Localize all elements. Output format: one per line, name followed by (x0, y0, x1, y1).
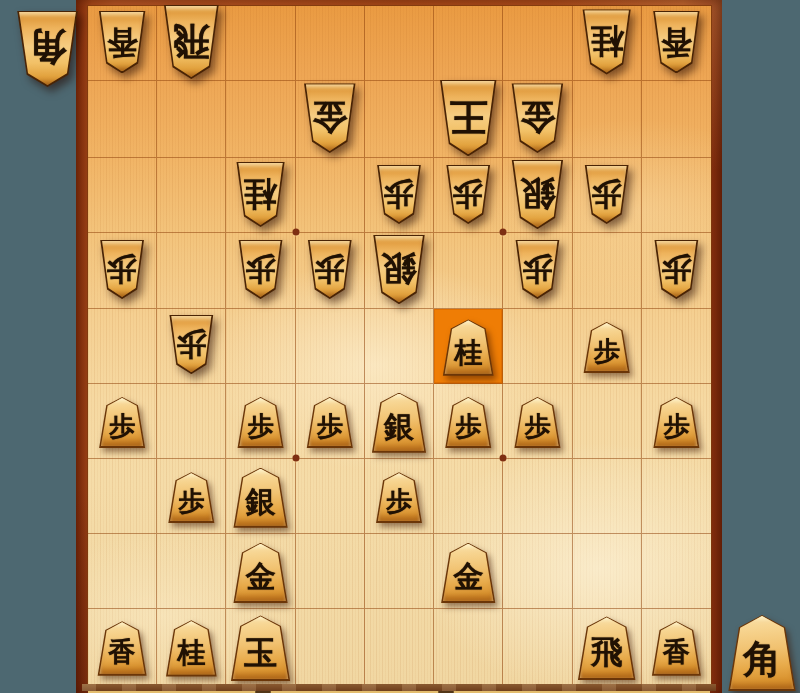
hoshi-dot (292, 455, 299, 462)
square-4f[interactable]: 歩 (434, 384, 503, 459)
square-5d[interactable]: 銀 (365, 233, 434, 308)
square-3a[interactable] (503, 6, 572, 81)
square-8h[interactable] (157, 534, 226, 609)
koma-glyph: 桂 (442, 324, 495, 380)
koma-shape: 桂 (165, 620, 218, 676)
square-5f[interactable]: 銀 (365, 384, 434, 459)
square-3e[interactable] (503, 309, 572, 384)
koma-shape: 歩 (167, 472, 215, 523)
koma-sente-pawn[interactable]: 歩 (306, 397, 354, 448)
koma-glyph: 歩 (376, 164, 422, 223)
square-2i[interactable]: 飛 (573, 609, 642, 684)
koma-gote-bishop[interactable]: 角 (16, 11, 79, 87)
square-2h[interactable] (573, 534, 642, 609)
koma-shape: 金 (232, 543, 288, 603)
koma-gote-king[interactable]: 王 (439, 80, 498, 156)
square-9b[interactable] (88, 81, 157, 158)
koma-shape: 金 (511, 83, 565, 153)
square-8g[interactable]: 歩 (157, 459, 226, 534)
koma-glyph: 歩 (169, 314, 215, 373)
koma-shape: 歩 (513, 397, 561, 448)
koma-shape: 歩 (375, 472, 423, 523)
koma-glyph: 歩 (98, 401, 146, 452)
square-8a[interactable]: 飛 (157, 6, 226, 81)
koma-gote-pawn[interactable]: 歩 (376, 165, 422, 224)
square-7g[interactable]: 銀 (226, 459, 295, 534)
square-1a[interactable]: 香 (642, 6, 711, 81)
koma-shape: 歩 (584, 165, 630, 224)
square-8f[interactable] (157, 384, 226, 459)
square-7d[interactable]: 歩 (226, 233, 295, 308)
square-4e[interactable]: 桂 (434, 309, 503, 384)
square-2c[interactable]: 歩 (573, 158, 642, 233)
koma-shape: 銀 (371, 393, 427, 453)
koma-shape: 桂 (235, 162, 285, 227)
koma-glyph: 香 (652, 9, 700, 72)
square-9g[interactable] (88, 459, 157, 534)
koma-sente-rook[interactable]: 飛 (577, 616, 637, 680)
koma-glyph: 香 (651, 626, 702, 680)
square-5h[interactable] (365, 534, 434, 609)
koma-glyph: 歩 (375, 476, 423, 527)
koma-glyph: 飛 (163, 4, 220, 78)
koma-glyph: 歩 (167, 476, 215, 527)
board-bottom-edge (82, 684, 716, 691)
koma-glyph: 歩 (445, 164, 491, 223)
koma-sente-pawn[interactable]: 歩 (583, 322, 631, 373)
koma-shape: 香 (98, 11, 146, 74)
square-9h[interactable] (88, 534, 157, 609)
koma-sente-lance[interactable]: 香 (97, 621, 148, 675)
square-2a[interactable]: 桂 (573, 6, 642, 81)
koma-gote-pawn[interactable]: 歩 (99, 240, 145, 299)
koma-shape: 歩 (583, 322, 631, 373)
koma-shape: 歩 (306, 397, 354, 448)
koma-sente-lance[interactable]: 香 (651, 621, 702, 675)
koma-glyph: 歩 (513, 401, 561, 452)
square-4b[interactable]: 王 (434, 81, 503, 158)
koma-gote-lance[interactable]: 香 (98, 11, 146, 74)
square-3f[interactable]: 歩 (503, 384, 572, 459)
square-3b[interactable]: 金 (503, 81, 572, 158)
koma-glyph: 玉 (230, 621, 292, 687)
square-8i[interactable]: 桂 (157, 609, 226, 684)
koma-shape: 金 (440, 543, 496, 603)
koma-shape: 歩 (654, 240, 700, 299)
square-9a[interactable]: 香 (88, 6, 157, 81)
koma-glyph: 銀 (232, 472, 288, 532)
square-8c[interactable] (157, 158, 226, 233)
koma-shape: 歩 (652, 397, 700, 448)
square-6b[interactable]: 金 (296, 81, 365, 158)
koma-sente-silver[interactable]: 銀 (232, 468, 288, 528)
koma-shape: 歩 (444, 397, 492, 448)
square-7e[interactable] (226, 309, 295, 384)
square-7i[interactable]: 玉 (226, 609, 295, 684)
koma-gote-pawn[interactable]: 歩 (584, 165, 630, 224)
koma-glyph: 角 (16, 9, 79, 85)
square-7h[interactable]: 金 (226, 534, 295, 609)
koma-gote-pawn[interactable]: 歩 (169, 315, 215, 374)
koma-gote-pawn[interactable]: 歩 (515, 240, 561, 299)
koma-shape: 玉 (230, 615, 292, 681)
koma-shape: 角 (727, 615, 797, 691)
square-4h[interactable]: 金 (434, 534, 503, 609)
koma-shape: 飛 (577, 616, 637, 680)
square-5a[interactable] (365, 6, 434, 81)
koma-gote-pawn[interactable]: 歩 (445, 165, 491, 224)
koma-shape: 歩 (515, 240, 561, 299)
koma-sente-gold[interactable]: 金 (232, 543, 288, 603)
koma-glyph: 角 (727, 621, 797, 693)
koma-shape: 桂 (582, 9, 632, 74)
koma-glyph: 歩 (237, 401, 285, 452)
square-1e[interactable] (642, 309, 711, 384)
square-3c[interactable]: 銀 (503, 158, 572, 233)
koma-shape: 歩 (307, 240, 353, 299)
board-grid: 香飛桂香金王金桂歩歩銀歩歩歩歩銀歩歩歩桂歩歩歩歩銀歩歩歩歩銀歩金金香桂玉飛香 (88, 6, 711, 684)
koma-sente-knight[interactable]: 桂 (165, 620, 218, 676)
koma-glyph: 歩 (652, 401, 700, 452)
square-7c[interactable]: 桂 (226, 158, 295, 233)
koma-sente-silver[interactable]: 銀 (371, 393, 427, 453)
koma-glyph: 歩 (515, 239, 561, 298)
koma-glyph: 歩 (444, 401, 492, 452)
square-2g[interactable] (573, 459, 642, 534)
koma-shape: 香 (97, 621, 148, 675)
koma-sente-pawn[interactable]: 歩 (98, 397, 146, 448)
square-4a[interactable] (434, 6, 503, 81)
koma-glyph: 桂 (165, 625, 218, 681)
koma-gote-gold[interactable]: 金 (511, 83, 565, 153)
square-8d[interactable] (157, 233, 226, 308)
square-9d[interactable]: 歩 (88, 233, 157, 308)
square-7a[interactable] (226, 6, 295, 81)
square-9c[interactable] (88, 158, 157, 233)
koma-gote-silver[interactable]: 銀 (511, 160, 565, 230)
square-9i[interactable]: 香 (88, 609, 157, 684)
square-6f[interactable]: 歩 (296, 384, 365, 459)
square-1b[interactable] (642, 81, 711, 158)
koma-shape: 王 (439, 80, 498, 156)
square-6d[interactable]: 歩 (296, 233, 365, 308)
koma-glyph: 銀 (371, 397, 427, 457)
koma-sente-pawn[interactable]: 歩 (513, 397, 561, 448)
hoshi-dot (500, 455, 507, 462)
hoshi-dot (292, 229, 299, 236)
square-2e[interactable]: 歩 (573, 309, 642, 384)
square-1h[interactable] (642, 534, 711, 609)
koma-sente-pawn[interactable]: 歩 (237, 397, 285, 448)
koma-gote-pawn[interactable]: 歩 (307, 240, 353, 299)
square-3h[interactable] (503, 534, 572, 609)
koma-glyph: 歩 (238, 239, 284, 298)
square-3d[interactable]: 歩 (503, 233, 572, 308)
square-3g[interactable] (503, 459, 572, 534)
square-1c[interactable] (642, 158, 711, 233)
koma-glyph: 金 (303, 82, 357, 152)
koma-glyph: 歩 (584, 164, 630, 223)
koma-gote-pawn[interactable]: 歩 (238, 240, 284, 299)
square-1g[interactable] (642, 459, 711, 534)
koma-sente-gold[interactable]: 金 (440, 543, 496, 603)
koma-shape: 角 (16, 11, 79, 87)
koma-glyph: 銀 (372, 233, 426, 303)
square-6c[interactable] (296, 158, 365, 233)
square-5i[interactable] (365, 609, 434, 684)
square-2f[interactable] (573, 384, 642, 459)
square-4g[interactable] (434, 459, 503, 534)
koma-glyph: 桂 (582, 8, 632, 73)
koma-gote-gold[interactable]: 金 (303, 83, 357, 153)
koma-sente-pawn[interactable]: 歩 (652, 397, 700, 448)
koma-sente-knight[interactable]: 桂 (442, 319, 495, 375)
koma-sente-pawn[interactable]: 歩 (375, 472, 423, 523)
koma-glyph: 歩 (307, 239, 353, 298)
square-2d[interactable] (573, 233, 642, 308)
square-1f[interactable]: 歩 (642, 384, 711, 459)
koma-glyph: 桂 (235, 160, 285, 225)
koma-sente-pawn[interactable]: 歩 (444, 397, 492, 448)
square-7b[interactable] (226, 81, 295, 158)
square-5e[interactable] (365, 309, 434, 384)
koma-shape: 香 (652, 11, 700, 74)
square-3i[interactable] (503, 609, 572, 684)
gote-hand: 角 (16, 12, 79, 88)
square-4c[interactable]: 歩 (434, 158, 503, 233)
hoshi-dot (500, 229, 507, 236)
koma-shape: 歩 (169, 315, 215, 374)
koma-glyph: 飛 (577, 622, 637, 686)
square-6e[interactable] (296, 309, 365, 384)
square-5c[interactable]: 歩 (365, 158, 434, 233)
koma-shape: 歩 (238, 240, 284, 299)
koma-shape: 金 (303, 83, 357, 153)
koma-glyph: 歩 (306, 401, 354, 452)
koma-shape: 歩 (99, 240, 145, 299)
square-6a[interactable] (296, 6, 365, 81)
koma-sente-king[interactable]: 玉 (230, 615, 292, 681)
koma-gote-rook[interactable]: 飛 (163, 5, 220, 79)
shogi-board: 香飛桂香金王金桂歩歩銀歩歩歩歩銀歩歩歩桂歩歩歩歩銀歩歩歩歩銀歩金金香桂玉飛香 (76, 0, 722, 693)
koma-glyph: 金 (511, 82, 565, 152)
koma-gote-silver[interactable]: 銀 (372, 235, 426, 305)
koma-shape: 銀 (372, 235, 426, 305)
sente-hand: 角 (727, 613, 797, 689)
shogi-game-screen: { "game": "shogi", "title": "Shogi midga… (0, 0, 800, 693)
koma-gote-pawn[interactable]: 歩 (654, 240, 700, 299)
square-6g[interactable] (296, 459, 365, 534)
koma-shape: 歩 (237, 397, 285, 448)
koma-sente-pawn[interactable]: 歩 (167, 472, 215, 523)
square-5b[interactable] (365, 81, 434, 158)
koma-shape: 銀 (232, 468, 288, 528)
square-8e[interactable]: 歩 (157, 309, 226, 384)
koma-gote-knight[interactable]: 桂 (582, 9, 632, 74)
koma-shape: 桂 (442, 319, 495, 375)
koma-shape: 歩 (98, 397, 146, 448)
square-4i[interactable] (434, 609, 503, 684)
square-5g[interactable]: 歩 (365, 459, 434, 534)
koma-glyph: 歩 (654, 239, 700, 298)
koma-glyph: 王 (439, 79, 498, 155)
square-7f[interactable]: 歩 (226, 384, 295, 459)
square-2b[interactable] (573, 81, 642, 158)
square-6h[interactable] (296, 534, 365, 609)
koma-shape: 歩 (376, 165, 422, 224)
koma-sente-bishop[interactable]: 角 (727, 615, 797, 691)
koma-shape: 銀 (511, 160, 565, 230)
koma-shape: 香 (651, 621, 702, 675)
square-9f[interactable]: 歩 (88, 384, 157, 459)
koma-shape: 歩 (445, 165, 491, 224)
square-6i[interactable] (296, 609, 365, 684)
koma-glyph: 金 (440, 548, 496, 608)
koma-glyph: 金 (232, 548, 288, 608)
square-4d[interactable] (434, 233, 503, 308)
koma-gote-lance[interactable]: 香 (652, 11, 700, 74)
koma-glyph: 香 (98, 9, 146, 72)
square-1i[interactable]: 香 (642, 609, 711, 684)
koma-gote-knight[interactable]: 桂 (235, 162, 285, 227)
koma-glyph: 銀 (511, 158, 565, 228)
koma-glyph: 歩 (99, 239, 145, 298)
koma-glyph: 香 (97, 626, 148, 680)
square-8b[interactable] (157, 81, 226, 158)
koma-glyph: 歩 (583, 326, 631, 377)
square-9e[interactable] (88, 309, 157, 384)
koma-shape: 飛 (163, 5, 220, 79)
square-1d[interactable]: 歩 (642, 233, 711, 308)
